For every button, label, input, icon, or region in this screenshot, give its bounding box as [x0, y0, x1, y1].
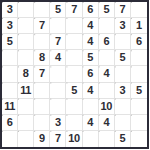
cell-r5c5[interactable]: [66, 66, 82, 82]
clue-number: 8: [39, 52, 45, 63]
clue-number: 5: [136, 85, 142, 96]
cell-r4c2[interactable]: [18, 50, 34, 66]
cell-r2c9: 1: [131, 18, 147, 34]
puzzle-page: 3576573743157466845587641154351110634497…: [0, 0, 150, 150]
cell-r7c5[interactable]: [66, 99, 82, 115]
cell-r2c7[interactable]: [99, 18, 115, 34]
clue-number: 3: [7, 20, 13, 31]
cell-r7c4[interactable]: [50, 99, 66, 115]
cell-r5c1[interactable]: [2, 66, 18, 82]
cell-r8c2[interactable]: [18, 115, 34, 131]
cell-r5c9[interactable]: [131, 66, 147, 82]
clue-number: 7: [120, 4, 126, 15]
cell-r8c6: 4: [83, 115, 99, 131]
cell-r4c9[interactable]: [131, 50, 147, 66]
clue-number: 4: [103, 117, 109, 128]
cell-r5c4[interactable]: [50, 66, 66, 82]
cell-r2c3: 7: [34, 18, 50, 34]
clue-number: 5: [120, 52, 126, 63]
cell-r8c5[interactable]: [66, 115, 82, 131]
cell-r7c9[interactable]: [131, 99, 147, 115]
cell-r8c7: 4: [99, 115, 115, 131]
cell-r4c4: 4: [50, 50, 66, 66]
cell-r9c5: 10: [66, 131, 82, 147]
clue-number: 11: [20, 85, 31, 96]
cell-r3c3[interactable]: [34, 34, 50, 50]
clue-number: 11: [4, 101, 15, 112]
clue-number: 5: [7, 36, 13, 47]
cell-r4c3: 8: [34, 50, 50, 66]
cell-r9c3: 9: [34, 131, 50, 147]
cell-r3c2[interactable]: [18, 34, 34, 50]
cell-r5c6: 6: [83, 66, 99, 82]
cell-r1c5: 7: [66, 2, 82, 18]
clue-number: 6: [87, 68, 93, 79]
clue-number: 7: [71, 4, 77, 15]
cell-r1c8: 7: [115, 2, 131, 18]
cell-r2c5[interactable]: [66, 18, 82, 34]
cell-r8c4: 3: [50, 115, 66, 131]
cell-r8c8[interactable]: [115, 115, 131, 131]
cell-r1c6: 6: [83, 2, 99, 18]
clue-number: 4: [55, 52, 61, 63]
cell-r9c7[interactable]: [99, 131, 115, 147]
clue-number: 9: [39, 133, 45, 144]
cell-r5c3: 7: [34, 66, 50, 82]
cell-r3c8[interactable]: [115, 34, 131, 50]
cell-r4c7[interactable]: [99, 50, 115, 66]
cell-r2c2[interactable]: [18, 18, 34, 34]
cell-r8c3[interactable]: [34, 115, 50, 131]
clue-number: 7: [55, 36, 61, 47]
cell-r1c3[interactable]: [34, 2, 50, 18]
cell-r8c1: 6: [2, 115, 18, 131]
cell-r4c1[interactable]: [2, 50, 18, 66]
cell-r6c4[interactable]: [50, 83, 66, 99]
cell-r2c1: 3: [2, 18, 18, 34]
cell-r4c8: 5: [115, 50, 131, 66]
cell-r7c7: 10: [99, 99, 115, 115]
cell-r6c1[interactable]: [2, 83, 18, 99]
clue-number: 7: [39, 68, 45, 79]
clue-number: 4: [87, 85, 93, 96]
cell-r1c4: 5: [50, 2, 66, 18]
cell-r1c2[interactable]: [18, 2, 34, 18]
cell-r4c5[interactable]: [66, 50, 82, 66]
cell-r5c2: 8: [18, 66, 34, 82]
cell-r5c7: 4: [99, 66, 115, 82]
cell-r7c8[interactable]: [115, 99, 131, 115]
cell-r6c3[interactable]: [34, 83, 50, 99]
cell-r6c8: 3: [115, 83, 131, 99]
clue-number: 4: [87, 20, 93, 31]
cell-r6c2: 11: [18, 83, 34, 99]
cell-r6c5: 5: [66, 83, 82, 99]
cell-r2c8: 3: [115, 18, 131, 34]
cell-r1c7: 5: [99, 2, 115, 18]
clue-number: 8: [23, 68, 29, 79]
clue-number: 3: [120, 85, 126, 96]
clue-number: 6: [7, 117, 13, 128]
clue-number: 5: [120, 133, 126, 144]
fillomino-board: 3576573743157466845587641154351110634497…: [0, 0, 149, 149]
clue-number: 7: [39, 20, 45, 31]
clue-number: 5: [103, 4, 109, 15]
cell-r3c1: 5: [2, 34, 18, 50]
cell-r9c2[interactable]: [18, 131, 34, 147]
cell-r3c7: 6: [99, 34, 115, 50]
cell-r3c4: 7: [50, 34, 66, 50]
clue-number: 6: [103, 36, 109, 47]
cell-r1c1: 3: [2, 2, 18, 18]
cell-r7c6[interactable]: [83, 99, 99, 115]
cell-r4c6: 5: [83, 50, 99, 66]
cell-r2c6: 4: [83, 18, 99, 34]
clue-number: 6: [136, 36, 142, 47]
clue-number: 4: [87, 117, 93, 128]
cell-r7c2[interactable]: [18, 99, 34, 115]
cell-r1c9[interactable]: [131, 2, 147, 18]
cell-r3c6: 4: [83, 34, 99, 50]
clue-number: 4: [103, 68, 109, 79]
clue-number: 3: [7, 4, 13, 15]
clue-number: 3: [120, 20, 126, 31]
cell-r7c1: 11: [2, 99, 18, 115]
cell-r3c9: 6: [131, 34, 147, 50]
clue-number: 1: [136, 20, 142, 31]
cell-r9c6[interactable]: [83, 131, 99, 147]
cell-r6c7[interactable]: [99, 83, 115, 99]
cell-r9c1[interactable]: [2, 131, 18, 147]
clue-number: 10: [68, 133, 79, 144]
clue-number: 5: [71, 85, 77, 96]
clue-number: 5: [87, 52, 93, 63]
cell-r9c9[interactable]: [131, 131, 147, 147]
cell-r9c4: 7: [50, 131, 66, 147]
fillomino-grid: 3576573743157466845587641154351110634497…: [2, 2, 147, 147]
cell-r6c6: 4: [83, 83, 99, 99]
cell-r2c4[interactable]: [50, 18, 66, 34]
cell-r3c5[interactable]: [66, 34, 82, 50]
clue-number: 6: [87, 4, 93, 15]
clue-number: 3: [55, 117, 61, 128]
cell-r5c8[interactable]: [115, 66, 131, 82]
clue-number: 10: [101, 101, 112, 112]
clue-number: 4: [87, 36, 93, 47]
cell-r8c9[interactable]: [131, 115, 147, 131]
clue-number: 7: [55, 133, 61, 144]
cell-r7c3[interactable]: [34, 99, 50, 115]
clue-number: 5: [55, 4, 61, 15]
cell-r6c9: 5: [131, 83, 147, 99]
cell-r9c8: 5: [115, 131, 131, 147]
